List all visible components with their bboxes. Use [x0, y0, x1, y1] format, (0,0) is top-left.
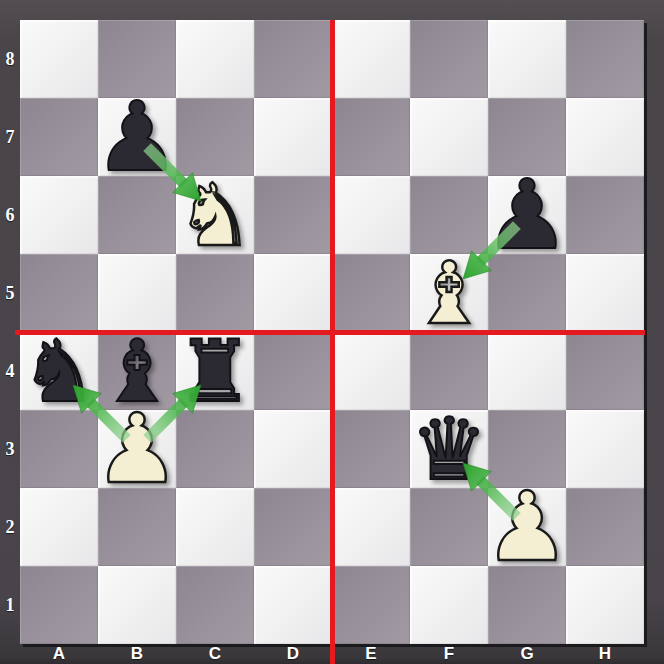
rank-label-2: 2	[0, 488, 20, 566]
square-a7[interactable]	[20, 98, 98, 176]
square-a2[interactable]	[20, 488, 98, 566]
square-c8[interactable]	[176, 20, 254, 98]
square-h7[interactable]	[566, 98, 644, 176]
square-d7[interactable]	[254, 98, 332, 176]
file-label-c: C	[176, 644, 254, 664]
file-label-b: B	[98, 644, 176, 664]
square-a1[interactable]	[20, 566, 98, 644]
square-d6[interactable]	[254, 176, 332, 254]
square-f1[interactable]	[410, 566, 488, 644]
square-d4[interactable]	[254, 332, 332, 410]
file-label-e: E	[332, 644, 410, 664]
square-f2[interactable]	[410, 488, 488, 566]
square-b1[interactable]	[98, 566, 176, 644]
square-d2[interactable]	[254, 488, 332, 566]
quadrant-line-vertical	[330, 20, 335, 664]
rank-label-3: 3	[0, 410, 20, 488]
square-g4[interactable]	[488, 332, 566, 410]
rank-label-4: 4	[0, 332, 20, 410]
piece-white-knight-c6[interactable]: ♞	[176, 176, 254, 254]
square-d5[interactable]	[254, 254, 332, 332]
square-a6[interactable]	[20, 176, 98, 254]
square-c2[interactable]	[176, 488, 254, 566]
square-h3[interactable]	[566, 410, 644, 488]
file-label-g: G	[488, 644, 566, 664]
rank-label-6: 6	[0, 176, 20, 254]
square-a3[interactable]	[20, 410, 98, 488]
piece-black-pawn-b7[interactable]: ♟	[98, 98, 176, 176]
file-label-f: F	[410, 644, 488, 664]
square-c3[interactable]	[176, 410, 254, 488]
square-h4[interactable]	[566, 332, 644, 410]
rank-label-5: 5	[0, 254, 20, 332]
piece-black-queen-f3[interactable]: ♛	[410, 410, 488, 488]
square-c1[interactable]	[176, 566, 254, 644]
square-e1[interactable]	[332, 566, 410, 644]
square-d8[interactable]	[254, 20, 332, 98]
square-f7[interactable]	[410, 98, 488, 176]
square-d1[interactable]	[254, 566, 332, 644]
rank-label-7: 7	[0, 98, 20, 176]
piece-white-pawn-g2[interactable]: ♟	[488, 488, 566, 566]
piece-black-pawn-g6[interactable]: ♟	[488, 176, 566, 254]
rank-label-1: 1	[0, 566, 20, 644]
square-a8[interactable]	[20, 20, 98, 98]
square-e5[interactable]	[332, 254, 410, 332]
square-h8[interactable]	[566, 20, 644, 98]
square-d3[interactable]	[254, 410, 332, 488]
rank-label-8: 8	[0, 20, 20, 98]
square-e8[interactable]	[332, 20, 410, 98]
square-e7[interactable]	[332, 98, 410, 176]
square-h6[interactable]	[566, 176, 644, 254]
piece-black-knight-a4[interactable]: ♞	[20, 332, 98, 410]
file-label-a: A	[20, 644, 98, 664]
square-g8[interactable]	[488, 20, 566, 98]
square-e2[interactable]	[332, 488, 410, 566]
square-h1[interactable]	[566, 566, 644, 644]
file-label-d: D	[254, 644, 332, 664]
piece-white-bishop-f5[interactable]: ♝	[410, 254, 488, 332]
square-h2[interactable]	[566, 488, 644, 566]
square-h5[interactable]	[566, 254, 644, 332]
file-label-h: H	[566, 644, 644, 664]
square-e3[interactable]	[332, 410, 410, 488]
chess-diagram: 87654321ABCDEFGH♟♞♟♝♞♝♜♟♛♟	[0, 0, 664, 664]
square-f8[interactable]	[410, 20, 488, 98]
piece-white-pawn-b3[interactable]: ♟	[98, 410, 176, 488]
square-e4[interactable]	[332, 332, 410, 410]
square-e6[interactable]	[332, 176, 410, 254]
piece-black-rook-c4[interactable]: ♜	[176, 332, 254, 410]
